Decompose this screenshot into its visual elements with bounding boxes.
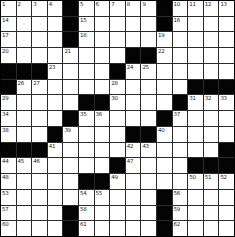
- cell-r13c14[interactable]: [204, 190, 219, 205]
- cell-r15c13[interactable]: [188, 221, 203, 236]
- cell-r15c10[interactable]: [141, 221, 156, 236]
- cell-r3c1[interactable]: 17: [1, 32, 16, 47]
- cell-r14c15[interactable]: [219, 206, 234, 221]
- clue-number-48: 48: [2, 174, 8, 181]
- cell-r5c15[interactable]: [219, 64, 234, 79]
- cell-r2c13[interactable]: [188, 17, 203, 32]
- cell-r8c7[interactable]: 36: [95, 111, 110, 126]
- cell-r9c14[interactable]: [204, 127, 219, 142]
- black-cell-r11c13: [188, 158, 203, 173]
- black-cell-r14c11: [157, 206, 172, 221]
- cell-r9c15[interactable]: [219, 127, 234, 142]
- cell-r10c13[interactable]: [188, 143, 203, 158]
- clue-number-8: 8: [127, 1, 130, 8]
- black-cell-r10c3: [32, 143, 47, 158]
- cell-r15c7[interactable]: [95, 221, 110, 236]
- cell-r7c10[interactable]: [141, 95, 156, 110]
- cell-r2c14[interactable]: [204, 17, 219, 32]
- cell-r14c9[interactable]: [126, 206, 141, 221]
- cell-r6c12[interactable]: [173, 80, 188, 95]
- cell-r14c4[interactable]: [48, 206, 63, 221]
- cell-r3c7[interactable]: [95, 32, 110, 47]
- clue-number-9: 9: [142, 1, 145, 8]
- cell-r2c15[interactable]: [219, 17, 234, 32]
- black-cell-r9c10: [141, 127, 156, 142]
- cell-r1c7[interactable]: 6: [95, 1, 110, 16]
- cell-r4c12[interactable]: [173, 48, 188, 63]
- cell-r15c1[interactable]: 60: [1, 221, 16, 236]
- cell-r5c6[interactable]: [79, 64, 94, 79]
- cell-r8c13[interactable]: [188, 111, 203, 126]
- cell-r9c8[interactable]: [110, 127, 125, 142]
- cell-r3c6[interactable]: 18: [79, 32, 94, 47]
- black-cell-r12c6: [79, 174, 94, 189]
- cell-r4c15[interactable]: [219, 48, 234, 63]
- black-cell-r6c13: [188, 80, 203, 95]
- clue-number-49: 49: [111, 174, 117, 181]
- cell-r10c10[interactable]: 43: [141, 143, 156, 158]
- cell-r6c9[interactable]: [126, 80, 141, 95]
- black-cell-r8c5: [63, 111, 78, 126]
- cell-r6c8[interactable]: 28: [110, 80, 125, 95]
- cell-r2c1[interactable]: 14: [1, 17, 16, 32]
- cell-r15c12[interactable]: 62: [173, 221, 188, 236]
- clue-number-42: 42: [127, 143, 133, 150]
- cell-r13c15[interactable]: [219, 190, 234, 205]
- cell-r10c4[interactable]: 41: [48, 143, 63, 158]
- cell-r6c10[interactable]: [141, 80, 156, 95]
- clue-number-53: 53: [2, 190, 8, 197]
- clue-number-18: 18: [80, 32, 86, 39]
- cell-r13c7[interactable]: 55: [95, 190, 110, 205]
- clue-number-20: 20: [2, 48, 8, 55]
- clue-number-19: 19: [158, 32, 164, 39]
- cell-r9c7[interactable]: [95, 127, 110, 142]
- cell-r2c9[interactable]: [126, 17, 141, 32]
- cell-r10c11[interactable]: [157, 143, 172, 158]
- clue-number-62: 62: [174, 221, 180, 228]
- cell-r12c14[interactable]: 51: [204, 174, 219, 189]
- clue-number-39: 39: [64, 127, 70, 134]
- cell-r10c7[interactable]: [95, 143, 110, 158]
- clue-number-4: 4: [49, 1, 52, 8]
- cell-r4c3[interactable]: [32, 48, 47, 63]
- cell-r7c8[interactable]: 30: [110, 95, 125, 110]
- clue-number-40: 40: [158, 127, 164, 134]
- cell-r11c11[interactable]: [157, 158, 172, 173]
- black-cell-r4c9: [126, 48, 141, 63]
- cell-r12c13[interactable]: 50: [188, 174, 203, 189]
- cell-r4c5[interactable]: 21: [63, 48, 78, 63]
- cell-r6c5[interactable]: [63, 80, 78, 95]
- cell-r5c14[interactable]: [204, 64, 219, 79]
- cell-r11c1[interactable]: 44: [1, 158, 16, 173]
- crossword-board: 1234567891011121314151617181920212223242…: [0, 0, 235, 237]
- black-cell-r9c9: [126, 127, 141, 142]
- clue-number-12: 12: [205, 1, 211, 8]
- clue-number-52: 52: [220, 174, 226, 181]
- clue-number-13: 13: [220, 1, 226, 8]
- clue-number-5: 5: [80, 1, 83, 8]
- cell-r1c6[interactable]: 5: [79, 1, 94, 16]
- cell-r9c3[interactable]: [32, 127, 47, 142]
- clue-number-7: 7: [111, 1, 114, 8]
- cell-r12c1[interactable]: 48: [1, 174, 16, 189]
- clue-number-37: 37: [174, 111, 180, 118]
- black-cell-r7c7: [95, 95, 110, 110]
- clue-number-32: 32: [205, 95, 211, 102]
- black-cell-r4c10: [141, 48, 156, 63]
- cell-r4c4[interactable]: [48, 48, 63, 63]
- clue-number-22: 22: [158, 48, 164, 55]
- clue-number-59: 59: [174, 206, 180, 213]
- cell-r3c8[interactable]: [110, 32, 125, 47]
- cell-r8c15[interactable]: [219, 111, 234, 126]
- clue-number-55: 55: [96, 190, 102, 197]
- clue-number-3: 3: [33, 1, 36, 8]
- cell-r8c10[interactable]: [141, 111, 156, 126]
- cell-r7c2[interactable]: [17, 95, 32, 110]
- cell-r12c2[interactable]: [17, 174, 32, 189]
- black-cell-r12c7: [95, 174, 110, 189]
- cell-r3c13[interactable]: [188, 32, 203, 47]
- black-cell-r1c5: [63, 1, 78, 16]
- cell-r7c9[interactable]: [126, 95, 141, 110]
- cell-r14c6[interactable]: 58: [79, 206, 94, 221]
- cell-r8c2[interactable]: [17, 111, 32, 126]
- cell-r8c9[interactable]: [126, 111, 141, 126]
- cell-r13c6[interactable]: 54: [79, 190, 94, 205]
- cell-r14c10[interactable]: [141, 206, 156, 221]
- cell-r14c3[interactable]: [32, 206, 47, 221]
- cell-r15c8[interactable]: [110, 221, 125, 236]
- cell-r11c7[interactable]: [95, 158, 110, 173]
- cell-r11c3[interactable]: 46: [32, 158, 47, 173]
- clue-number-58: 58: [80, 206, 86, 213]
- black-cell-r7c6: [79, 95, 94, 110]
- cell-r1c14[interactable]: 12: [204, 1, 219, 16]
- cell-r2c7[interactable]: [95, 17, 110, 32]
- cell-r4c14[interactable]: [204, 48, 219, 63]
- cell-r11c10[interactable]: [141, 158, 156, 173]
- cell-r1c1[interactable]: 1: [1, 1, 16, 16]
- clue-number-14: 14: [2, 17, 8, 24]
- clue-number-51: 51: [205, 174, 211, 181]
- cell-r13c8[interactable]: [110, 190, 125, 205]
- cell-r3c2[interactable]: [17, 32, 32, 47]
- clue-number-44: 44: [2, 158, 8, 165]
- cell-r3c3[interactable]: [32, 32, 47, 47]
- clue-number-1: 1: [2, 1, 5, 8]
- cell-r2c12[interactable]: 16: [173, 17, 188, 32]
- cell-r8c1[interactable]: 34: [1, 111, 16, 126]
- cell-r11c6[interactable]: [79, 158, 94, 173]
- cell-r15c9[interactable]: [126, 221, 141, 236]
- black-cell-r14c5: [63, 206, 78, 221]
- cell-r13c2[interactable]: [17, 190, 32, 205]
- cell-r3c11[interactable]: 19: [157, 32, 172, 47]
- cell-r4c6[interactable]: [79, 48, 94, 63]
- cell-r8c14[interactable]: [204, 111, 219, 126]
- cell-r4c8[interactable]: [110, 48, 125, 63]
- cell-r10c9[interactable]: 42: [126, 143, 141, 158]
- clue-number-16: 16: [174, 17, 180, 24]
- cell-r10c8[interactable]: [110, 143, 125, 158]
- cell-r13c4[interactable]: [48, 190, 63, 205]
- cell-r13c12[interactable]: 56: [173, 190, 188, 205]
- clue-number-38: 38: [2, 127, 8, 134]
- cell-r12c8[interactable]: 49: [110, 174, 125, 189]
- cell-r10c12[interactable]: [173, 143, 188, 158]
- cell-r1c15[interactable]: 13: [219, 1, 234, 16]
- cell-r7c3[interactable]: [32, 95, 47, 110]
- black-cell-r5c8: [110, 64, 125, 79]
- clue-number-34: 34: [2, 111, 8, 118]
- cell-r11c12[interactable]: [173, 158, 188, 173]
- clue-number-47: 47: [127, 158, 133, 165]
- cell-r13c10[interactable]: [141, 190, 156, 205]
- cell-r15c2[interactable]: [17, 221, 32, 236]
- cell-r3c12[interactable]: [173, 32, 188, 47]
- cell-r5c4[interactable]: 23: [48, 64, 63, 79]
- clue-number-28: 28: [111, 80, 117, 87]
- cell-r3c14[interactable]: [204, 32, 219, 47]
- black-cell-r7c12: [173, 95, 188, 110]
- black-cell-r13c11: [157, 190, 172, 205]
- cell-r1c13[interactable]: 11: [188, 1, 203, 16]
- black-cell-r15c5: [63, 221, 78, 236]
- cell-r7c14[interactable]: 32: [204, 95, 219, 110]
- cell-r11c9[interactable]: 47: [126, 158, 141, 173]
- cell-r10c14[interactable]: [204, 143, 219, 158]
- cell-r8c8[interactable]: [110, 111, 125, 126]
- cell-r8c6[interactable]: 35: [79, 111, 94, 126]
- black-cell-r6c15: [219, 80, 234, 95]
- cell-r1c9[interactable]: 8: [126, 1, 141, 16]
- cell-r7c1[interactable]: 29: [1, 95, 16, 110]
- cell-r14c12[interactable]: 59: [173, 206, 188, 221]
- black-cell-r11c15: [219, 158, 234, 173]
- clue-number-35: 35: [80, 111, 86, 118]
- cell-r14c14[interactable]: [204, 206, 219, 221]
- cell-r9c2[interactable]: [17, 127, 32, 142]
- black-cell-r6c14: [204, 80, 219, 95]
- cell-r5c9[interactable]: 24: [126, 64, 141, 79]
- cell-r1c3[interactable]: 3: [32, 1, 47, 16]
- cell-r13c13[interactable]: [188, 190, 203, 205]
- cell-r1c10[interactable]: 9: [141, 1, 156, 16]
- clue-number-10: 10: [174, 1, 180, 8]
- clue-number-30: 30: [111, 95, 117, 102]
- black-cell-r1c11: [157, 1, 172, 16]
- cell-r9c5[interactable]: 39: [63, 127, 78, 142]
- black-cell-r8c11: [157, 111, 172, 126]
- clue-number-61: 61: [80, 221, 86, 228]
- cell-r12c12[interactable]: [173, 174, 188, 189]
- cell-r8c12[interactable]: 37: [173, 111, 188, 126]
- black-cell-r5c3: [32, 64, 47, 79]
- cell-r12c4[interactable]: [48, 174, 63, 189]
- clue-number-27: 27: [33, 80, 39, 87]
- clue-number-24: 24: [127, 64, 133, 71]
- cell-r3c9[interactable]: [126, 32, 141, 47]
- cell-r5c11[interactable]: [157, 64, 172, 79]
- cell-r7c15[interactable]: 33: [219, 95, 234, 110]
- clue-number-11: 11: [189, 1, 195, 8]
- cell-r2c3[interactable]: [32, 17, 47, 32]
- black-cell-r2c11: [157, 17, 172, 32]
- cell-r12c5[interactable]: [63, 174, 78, 189]
- cell-r5c7[interactable]: [95, 64, 110, 79]
- cell-r2c2[interactable]: [17, 17, 32, 32]
- black-cell-r5c2: [17, 64, 32, 79]
- cell-r4c11[interactable]: 22: [157, 48, 172, 63]
- cell-r14c2[interactable]: [17, 206, 32, 221]
- cell-r7c13[interactable]: 31: [188, 95, 203, 110]
- cell-r12c11[interactable]: [157, 174, 172, 189]
- cell-r14c7[interactable]: [95, 206, 110, 221]
- cell-r6c3[interactable]: 27: [32, 80, 47, 95]
- cell-r2c8[interactable]: [110, 17, 125, 32]
- black-cell-r5c1: [1, 64, 16, 79]
- clue-number-31: 31: [189, 95, 195, 102]
- cell-r12c15[interactable]: 52: [219, 174, 234, 189]
- clue-number-21: 21: [64, 48, 70, 55]
- cell-r11c4[interactable]: [48, 158, 63, 173]
- cell-r12c3[interactable]: [32, 174, 47, 189]
- clue-number-57: 57: [2, 206, 8, 213]
- clue-number-54: 54: [80, 190, 86, 197]
- cell-r15c4[interactable]: [48, 221, 63, 236]
- cell-r5c10[interactable]: 25: [141, 64, 156, 79]
- clue-number-26: 26: [18, 80, 24, 87]
- cell-r12c10[interactable]: [141, 174, 156, 189]
- cell-r13c3[interactable]: [32, 190, 47, 205]
- cell-r8c4[interactable]: [48, 111, 63, 126]
- cell-r7c5[interactable]: [63, 95, 78, 110]
- cell-r4c2[interactable]: [17, 48, 32, 63]
- clue-number-43: 43: [142, 143, 148, 150]
- cell-r3c10[interactable]: [141, 32, 156, 47]
- cell-r6c2[interactable]: 26: [17, 80, 32, 95]
- cell-r3c4[interactable]: [48, 32, 63, 47]
- black-cell-r10c1: [1, 143, 16, 158]
- cell-r13c5[interactable]: [63, 190, 78, 205]
- cell-r2c4[interactable]: [48, 17, 63, 32]
- clue-number-15: 15: [80, 17, 86, 24]
- black-cell-r3c5: [63, 32, 78, 47]
- cell-r5c12[interactable]: [173, 64, 188, 79]
- cell-r15c3[interactable]: [32, 221, 47, 236]
- clue-number-45: 45: [18, 158, 24, 165]
- clue-number-41: 41: [49, 143, 55, 150]
- black-cell-r6c1: [1, 80, 16, 95]
- cell-r6c7[interactable]: [95, 80, 110, 95]
- clue-number-17: 17: [2, 32, 8, 39]
- cell-r6c4[interactable]: [48, 80, 63, 95]
- cell-r13c9[interactable]: [126, 190, 141, 205]
- cell-r7c11[interactable]: [157, 95, 172, 110]
- cell-r9c6[interactable]: [79, 127, 94, 142]
- black-cell-r10c2: [17, 143, 32, 158]
- cell-r15c6[interactable]: 61: [79, 221, 94, 236]
- cell-r14c1[interactable]: 57: [1, 206, 16, 221]
- black-cell-r9c4: [48, 127, 63, 142]
- cell-r4c13[interactable]: [188, 48, 203, 63]
- cell-r13c1[interactable]: 53: [1, 190, 16, 205]
- cell-r1c2[interactable]: 2: [17, 1, 32, 16]
- clue-number-50: 50: [189, 174, 195, 181]
- cell-r14c13[interactable]: [188, 206, 203, 221]
- clue-number-29: 29: [2, 95, 8, 102]
- cell-r9c1[interactable]: 38: [1, 127, 16, 142]
- cell-r11c2[interactable]: 45: [17, 158, 32, 173]
- clue-number-33: 33: [220, 95, 226, 102]
- cell-r9c12[interactable]: [173, 127, 188, 142]
- cell-r5c13[interactable]: [188, 64, 203, 79]
- cell-r10c5[interactable]: [63, 143, 78, 158]
- cell-r15c14[interactable]: [204, 221, 219, 236]
- clue-number-36: 36: [96, 111, 102, 118]
- cell-r4c7[interactable]: [95, 48, 110, 63]
- cell-r14c8[interactable]: [110, 206, 125, 221]
- black-cell-r11c14: [204, 158, 219, 173]
- clue-number-25: 25: [142, 64, 148, 71]
- clue-number-23: 23: [49, 64, 55, 71]
- cell-r6c6[interactable]: [79, 80, 94, 95]
- cell-r4c1[interactable]: 20: [1, 48, 16, 63]
- cell-r10c6[interactable]: [79, 143, 94, 158]
- cell-r1c8[interactable]: 7: [110, 1, 125, 16]
- cell-r1c4[interactable]: 4: [48, 1, 63, 16]
- cell-r9c11[interactable]: 40: [157, 127, 172, 142]
- clue-number-46: 46: [33, 158, 39, 165]
- black-cell-r11c8: [110, 158, 125, 173]
- black-cell-r10c15: [219, 143, 234, 158]
- black-cell-r2c5: [63, 17, 78, 32]
- cell-r2c10[interactable]: [141, 17, 156, 32]
- cell-r9c13[interactable]: [188, 127, 203, 142]
- clue-number-6: 6: [96, 1, 99, 8]
- black-cell-r15c11: [157, 221, 172, 236]
- cell-r15c15[interactable]: [219, 221, 234, 236]
- cell-r11c5[interactable]: [63, 158, 78, 173]
- clue-number-56: 56: [174, 190, 180, 197]
- cell-r5c5[interactable]: [63, 64, 78, 79]
- cell-r7c4[interactable]: [48, 95, 63, 110]
- cell-r3c15[interactable]: [219, 32, 234, 47]
- cell-r8c3[interactable]: [32, 111, 47, 126]
- cell-r6c11[interactable]: [157, 80, 172, 95]
- cell-r2c6[interactable]: 15: [79, 17, 94, 32]
- clue-number-2: 2: [18, 1, 21, 8]
- cell-r1c12[interactable]: 10: [173, 1, 188, 16]
- clue-number-60: 60: [2, 221, 8, 228]
- cell-r12c9[interactable]: [126, 174, 141, 189]
